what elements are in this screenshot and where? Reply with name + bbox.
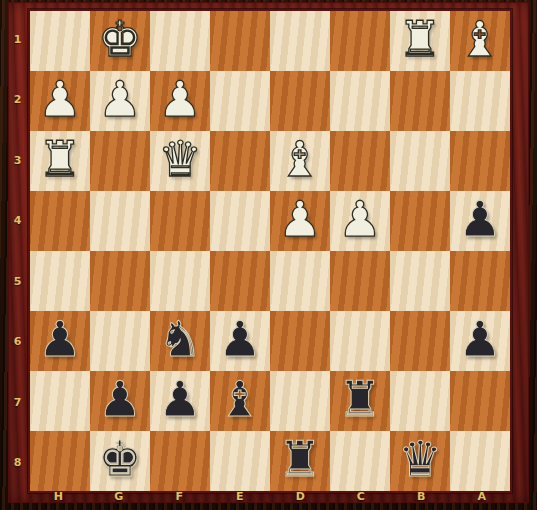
piece-black-pawn[interactable]: ♟ [450,311,510,371]
square-b1[interactable]: ♜ [390,11,450,71]
file-label-g: G [89,491,150,503]
rank-label-3: 3 [8,130,27,191]
square-e4[interactable] [210,191,270,251]
square-f7[interactable]: ♟ [150,371,210,431]
file-labels: HGFEDCBA [28,491,512,503]
rank-label-4: 4 [8,191,27,252]
piece-white-pawn[interactable]: ♟ [150,71,210,131]
piece-black-pawn[interactable]: ♟ [150,371,210,431]
square-b6[interactable] [390,311,450,371]
chess-app-window: 12345678 ♚♜♝♟♟♟♜♛♝♟♟♟♟♞♟♟♟♟♝♜♚♜♛ HGFEDCB… [0,0,537,510]
piece-white-bishop[interactable]: ♝ [450,11,510,71]
square-b7[interactable] [390,371,450,431]
file-label-e: E [210,491,271,503]
square-b2[interactable] [390,71,450,131]
piece-white-pawn[interactable]: ♟ [270,191,330,251]
square-f6[interactable]: ♞ [150,311,210,371]
square-h6[interactable]: ♟ [30,311,90,371]
square-h1[interactable] [30,11,90,71]
square-e3[interactable] [210,131,270,191]
square-e5[interactable] [210,251,270,311]
square-c2[interactable] [330,71,390,131]
square-c4[interactable]: ♟ [330,191,390,251]
square-a7[interactable] [450,371,510,431]
square-c8[interactable] [330,431,390,491]
square-h4[interactable] [30,191,90,251]
piece-black-king[interactable]: ♚ [90,431,150,491]
square-h7[interactable] [30,371,90,431]
square-a8[interactable] [450,431,510,491]
square-c6[interactable] [330,311,390,371]
piece-white-bishop[interactable]: ♝ [270,131,330,191]
square-a4[interactable]: ♟ [450,191,510,251]
square-f1[interactable] [150,11,210,71]
square-g1[interactable]: ♚ [90,11,150,71]
rank-label-8: 8 [8,433,27,494]
square-h2[interactable]: ♟ [30,71,90,131]
square-d3[interactable]: ♝ [270,131,330,191]
square-c7[interactable]: ♜ [330,371,390,431]
square-g8[interactable]: ♚ [90,431,150,491]
piece-white-rook[interactable]: ♜ [390,11,450,71]
square-f5[interactable] [150,251,210,311]
piece-white-pawn[interactable]: ♟ [90,71,150,131]
square-a1[interactable]: ♝ [450,11,510,71]
rank-labels: 12345678 [8,9,27,493]
piece-black-queen[interactable]: ♛ [390,431,450,491]
rank-label-6: 6 [8,312,27,373]
square-d7[interactable] [270,371,330,431]
square-d6[interactable] [270,311,330,371]
chess-board: ♚♜♝♟♟♟♜♛♝♟♟♟♟♞♟♟♟♟♝♜♚♜♛ [28,9,512,493]
square-g2[interactable]: ♟ [90,71,150,131]
square-e2[interactable] [210,71,270,131]
square-h3[interactable]: ♜ [30,131,90,191]
piece-black-pawn[interactable]: ♟ [450,191,510,251]
rank-label-1: 1 [8,9,27,70]
rank-label-2: 2 [8,70,27,131]
piece-white-queen[interactable]: ♛ [150,131,210,191]
file-label-a: A [452,491,513,503]
square-d5[interactable] [270,251,330,311]
rank-label-7: 7 [8,372,27,433]
square-d2[interactable] [270,71,330,131]
piece-white-pawn[interactable]: ♟ [330,191,390,251]
square-c5[interactable] [330,251,390,311]
square-b4[interactable] [390,191,450,251]
file-label-d: D [270,491,331,503]
square-a6[interactable]: ♟ [450,311,510,371]
file-label-f: F [149,491,210,503]
square-f2[interactable]: ♟ [150,71,210,131]
square-e6[interactable]: ♟ [210,311,270,371]
square-b5[interactable] [390,251,450,311]
square-a3[interactable] [450,131,510,191]
piece-black-pawn[interactable]: ♟ [90,371,150,431]
piece-black-rook[interactable]: ♜ [330,371,390,431]
square-g7[interactable]: ♟ [90,371,150,431]
square-f3[interactable]: ♛ [150,131,210,191]
square-c1[interactable] [330,11,390,71]
square-b3[interactable] [390,131,450,191]
square-h8[interactable] [30,431,90,491]
square-d8[interactable]: ♜ [270,431,330,491]
square-e1[interactable] [210,11,270,71]
square-b8[interactable]: ♛ [390,431,450,491]
square-c3[interactable] [330,131,390,191]
piece-white-rook[interactable]: ♜ [30,131,90,191]
square-g4[interactable] [90,191,150,251]
piece-black-bishop[interactable]: ♝ [210,371,270,431]
square-e8[interactable] [210,431,270,491]
square-g6[interactable] [90,311,150,371]
square-h5[interactable] [30,251,90,311]
square-f4[interactable] [150,191,210,251]
file-label-c: C [331,491,392,503]
square-f8[interactable] [150,431,210,491]
piece-black-pawn[interactable]: ♟ [30,311,90,371]
piece-white-pawn[interactable]: ♟ [30,71,90,131]
square-a2[interactable] [450,71,510,131]
piece-black-rook[interactable]: ♜ [270,431,330,491]
square-d4[interactable]: ♟ [270,191,330,251]
file-label-b: B [391,491,452,503]
file-label-h: H [28,491,89,503]
square-a5[interactable] [450,251,510,311]
piece-black-knight[interactable]: ♞ [150,311,210,371]
square-g3[interactable] [90,131,150,191]
square-d1[interactable] [270,11,330,71]
square-g5[interactable] [90,251,150,311]
rank-label-5: 5 [8,251,27,312]
piece-black-pawn[interactable]: ♟ [210,311,270,371]
piece-white-king[interactable]: ♚ [90,11,150,71]
square-e7[interactable]: ♝ [210,371,270,431]
